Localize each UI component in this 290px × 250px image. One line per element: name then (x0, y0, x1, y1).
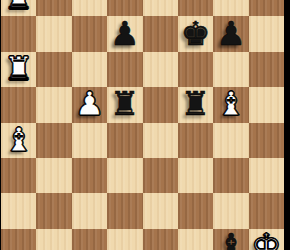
square-f6[interactable] (178, 52, 213, 87)
square-d4[interactable] (107, 123, 142, 158)
square-a1[interactable] (1, 229, 36, 250)
square-a4[interactable]: ♝ (1, 123, 36, 158)
square-e2[interactable] (143, 193, 178, 228)
square-h7[interactable] (249, 16, 284, 51)
square-e6[interactable] (143, 52, 178, 87)
square-h6[interactable] (249, 52, 284, 87)
square-c3[interactable] (72, 158, 107, 193)
board-left-border (0, 0, 1, 250)
square-f5[interactable]: ♜ (178, 87, 213, 122)
piece-black-king[interactable]: ♚ (181, 17, 211, 50)
piece-white-pawn[interactable]: ♟ (75, 87, 105, 120)
piece-black-pawn[interactable]: ♟ (110, 17, 140, 50)
board-right-border (284, 0, 290, 250)
square-b1[interactable] (36, 229, 71, 250)
square-h5[interactable] (249, 87, 284, 122)
square-g5[interactable]: ♝ (213, 87, 248, 122)
square-f2[interactable] (178, 193, 213, 228)
square-c5[interactable]: ♟ (72, 87, 107, 122)
square-b6[interactable] (36, 52, 71, 87)
piece-white-king[interactable]: ♚ (252, 229, 282, 250)
square-f4[interactable] (178, 123, 213, 158)
square-a5[interactable] (1, 87, 36, 122)
square-b2[interactable] (36, 193, 71, 228)
piece-black-rook[interactable]: ♜ (181, 87, 211, 120)
square-f7[interactable]: ♚ (178, 16, 213, 51)
square-f3[interactable] (178, 158, 213, 193)
square-e1[interactable] (143, 229, 178, 250)
square-e4[interactable] (143, 123, 178, 158)
square-b3[interactable] (36, 158, 71, 193)
square-c8[interactable] (72, 0, 107, 16)
square-g2[interactable] (213, 193, 248, 228)
square-b5[interactable] (36, 87, 71, 122)
square-e5[interactable] (143, 87, 178, 122)
square-c6[interactable] (72, 52, 107, 87)
square-d7[interactable]: ♟ (107, 16, 142, 51)
square-c4[interactable] (72, 123, 107, 158)
square-h4[interactable] (249, 123, 284, 158)
square-b7[interactable] (36, 16, 71, 51)
square-e7[interactable] (143, 16, 178, 51)
square-f1[interactable] (178, 229, 213, 250)
square-h2[interactable] (249, 193, 284, 228)
square-d3[interactable] (107, 158, 142, 193)
piece-white-bishop[interactable]: ♝ (4, 123, 34, 156)
piece-white-bishop[interactable]: ♝ (216, 87, 246, 120)
piece-black-pawn[interactable]: ♟ (216, 17, 246, 50)
square-g6[interactable] (213, 52, 248, 87)
square-c7[interactable] (72, 16, 107, 51)
square-c2[interactable] (72, 193, 107, 228)
chess-app-window: ♜♟♚♟♜♟♜♜♝♝♝♚ (0, 0, 290, 250)
piece-white-rook[interactable]: ♜ (4, 52, 34, 85)
square-h3[interactable] (249, 158, 284, 193)
square-a7[interactable] (1, 16, 36, 51)
piece-black-bishop[interactable]: ♝ (216, 229, 246, 250)
square-b8[interactable] (36, 0, 71, 16)
square-b4[interactable] (36, 123, 71, 158)
piece-white-rook[interactable]: ♜ (4, 0, 34, 14)
square-g7[interactable]: ♟ (213, 16, 248, 51)
square-c1[interactable] (72, 229, 107, 250)
square-g4[interactable] (213, 123, 248, 158)
square-d5[interactable]: ♜ (107, 87, 142, 122)
square-d1[interactable] (107, 229, 142, 250)
square-h1[interactable]: ♚ (249, 229, 284, 250)
square-a6[interactable]: ♜ (1, 52, 36, 87)
square-g1[interactable]: ♝ (213, 229, 248, 250)
square-a2[interactable] (1, 193, 36, 228)
square-d6[interactable] (107, 52, 142, 87)
piece-black-rook[interactable]: ♜ (110, 87, 140, 120)
square-h8[interactable] (249, 0, 284, 16)
square-a3[interactable] (1, 158, 36, 193)
square-a8[interactable]: ♜ (1, 0, 36, 16)
square-e8[interactable] (143, 0, 178, 16)
square-g3[interactable] (213, 158, 248, 193)
square-d2[interactable] (107, 193, 142, 228)
square-e3[interactable] (143, 158, 178, 193)
chess-board: ♜♟♚♟♜♟♜♜♝♝♝♚ (1, 0, 284, 250)
